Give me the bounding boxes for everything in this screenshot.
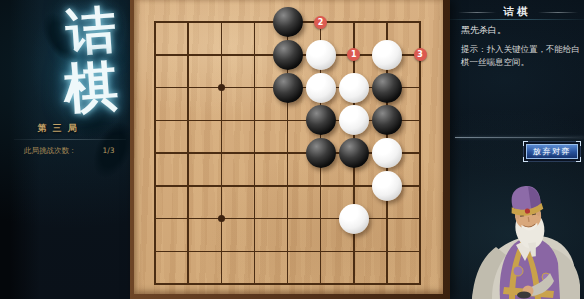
- button-corner-ornament: [576, 141, 581, 146]
- white-stone: [339, 105, 369, 135]
- white-stone: [306, 73, 336, 103]
- attempts-label: 此局挑战次数：: [24, 146, 77, 156]
- button-corner-ornament: [576, 157, 581, 162]
- black-stone: [306, 138, 336, 168]
- black-stone: [273, 7, 303, 37]
- grid-line-horizontal: [154, 251, 421, 253]
- black-stone: [306, 105, 336, 135]
- banner-calligraphy-char: 棋: [62, 50, 121, 127]
- objective-text: 黑先杀白。: [461, 24, 581, 37]
- go-board-grid[interactable]: 123: [155, 22, 420, 284]
- star-point: [218, 215, 225, 222]
- white-stone: [339, 73, 369, 103]
- left-sidebar: 诘 棋 第三局 此局挑战次数： 1/3: [0, 0, 130, 299]
- attempts-row: 此局挑战次数： 1/3: [24, 146, 124, 156]
- right-panel: 诘棋 黑先杀白。 提示：扑入关键位置，不能给白棋一丝喘息空间。 放弃对弈: [450, 0, 584, 299]
- white-stone: [372, 138, 402, 168]
- black-stone: [273, 40, 303, 70]
- white-stone: [372, 40, 402, 70]
- move-number-marker: 2: [314, 16, 327, 29]
- button-corner-ornament: [523, 141, 528, 146]
- black-stone: [339, 138, 369, 168]
- move-number-marker: 1: [347, 48, 360, 61]
- panel-divider: [455, 137, 584, 138]
- grid-line-horizontal: [154, 283, 422, 286]
- white-stone: [372, 171, 402, 201]
- give-up-button[interactable]: 放弃对弈: [523, 141, 581, 162]
- star-point: [218, 84, 225, 91]
- title-underline: [450, 19, 584, 20]
- grid-line-horizontal: [154, 218, 421, 220]
- black-stone: [372, 105, 402, 135]
- black-stone: [372, 73, 402, 103]
- round-label: 第三局: [14, 122, 106, 135]
- move-number-marker: 3: [414, 48, 427, 61]
- white-stone: [339, 204, 369, 234]
- black-stone: [273, 73, 303, 103]
- npc-portrait: [458, 185, 584, 299]
- hint-text: 提示：扑入关键位置，不能给白棋一丝喘息空间。: [461, 43, 581, 69]
- attempts-value: 1/3: [103, 146, 115, 156]
- white-stone: [306, 40, 336, 70]
- give-up-button-label: 放弃对弈: [526, 144, 578, 159]
- go-board-wood: 123: [134, 0, 443, 294]
- sidebar-divider: [14, 139, 126, 140]
- button-corner-ornament: [523, 157, 528, 162]
- go-board-frame: 123: [130, 0, 450, 299]
- title-flourish-line: [538, 12, 578, 13]
- puzzle-screen: 诘 棋 第三局 此局挑战次数： 1/3 123 诘棋 黑先杀白。 提示：扑入关键…: [0, 0, 584, 299]
